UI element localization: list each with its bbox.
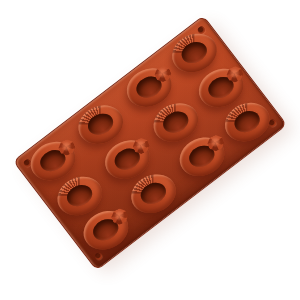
photo-scene [0, 0, 300, 300]
silicone-mold [13, 15, 287, 270]
